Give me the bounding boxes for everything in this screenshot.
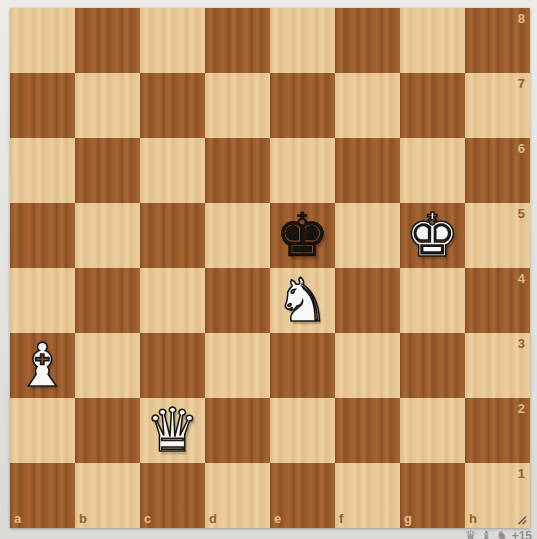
square-a5[interactable] [10,203,75,268]
square-h4[interactable]: 4 [465,268,530,333]
file-label-c: c [144,511,151,526]
rank-label-8: 8 [518,11,525,26]
square-a6[interactable] [10,138,75,203]
file-label-g: g [404,511,412,526]
square-f8[interactable] [335,8,400,73]
square-g7[interactable] [400,73,465,138]
file-label-e: e [274,511,281,526]
square-f4[interactable] [335,268,400,333]
square-d7[interactable] [205,73,270,138]
square-h3[interactable]: 3 [465,333,530,398]
square-c2[interactable]: ♛ [140,398,205,463]
square-f5[interactable] [335,203,400,268]
rank-label-7: 7 [518,76,525,91]
captured-bishop-icon: ♝ [480,529,492,539]
square-b7[interactable] [75,73,140,138]
file-label-h: h [469,511,477,526]
square-d2[interactable] [205,398,270,463]
rank-label-2: 2 [518,401,525,416]
page: 876♚♚5♞4♝3♛2abcdefgh1 ♛ ♝ ♞ +15 [0,0,537,539]
white-queen[interactable]: ♛ [140,398,205,463]
rank-label-1: 1 [518,466,525,481]
captured-knight-icon: ♞ [496,529,508,539]
square-h2[interactable]: 2 [465,398,530,463]
square-c6[interactable] [140,138,205,203]
square-e4[interactable]: ♞ [270,268,335,333]
file-label-f: f [339,511,343,526]
square-a8[interactable] [10,8,75,73]
square-b1[interactable]: b [75,463,140,528]
square-f7[interactable] [335,73,400,138]
square-b2[interactable] [75,398,140,463]
square-d1[interactable]: d [205,463,270,528]
square-g3[interactable] [400,333,465,398]
square-g6[interactable] [400,138,465,203]
square-d8[interactable] [205,8,270,73]
square-g5[interactable]: ♚ [400,203,465,268]
square-e2[interactable] [270,398,335,463]
square-e7[interactable] [270,73,335,138]
square-g1[interactable]: g [400,463,465,528]
square-e1[interactable]: e [270,463,335,528]
square-h7[interactable]: 7 [465,73,530,138]
square-f6[interactable] [335,138,400,203]
black-king[interactable]: ♚ [270,203,335,268]
square-b4[interactable] [75,268,140,333]
square-f3[interactable] [335,333,400,398]
square-a4[interactable] [10,268,75,333]
square-b8[interactable] [75,8,140,73]
square-a2[interactable] [10,398,75,463]
white-king[interactable]: ♚ [400,203,465,268]
square-d6[interactable] [205,138,270,203]
square-a7[interactable] [10,73,75,138]
board-resize-handle-icon[interactable] [515,513,527,525]
square-e6[interactable] [270,138,335,203]
square-a3[interactable]: ♝ [10,333,75,398]
square-g8[interactable] [400,8,465,73]
file-label-a: a [14,511,21,526]
square-c7[interactable] [140,73,205,138]
square-d5[interactable] [205,203,270,268]
square-g2[interactable] [400,398,465,463]
square-e3[interactable] [270,333,335,398]
square-c4[interactable] [140,268,205,333]
square-f2[interactable] [335,398,400,463]
square-c8[interactable] [140,8,205,73]
rank-label-4: 4 [518,271,525,286]
square-g4[interactable] [400,268,465,333]
square-c3[interactable] [140,333,205,398]
square-d4[interactable] [205,268,270,333]
square-f1[interactable]: f [335,463,400,528]
square-h6[interactable]: 6 [465,138,530,203]
chess-board: 876♚♚5♞4♝3♛2abcdefgh1 [10,8,530,528]
square-h5[interactable]: 5 [465,203,530,268]
material-advantage-bar: ♛ ♝ ♞ +15 [465,529,532,539]
white-knight[interactable]: ♞ [270,268,335,333]
square-h8[interactable]: 8 [465,8,530,73]
square-e8[interactable] [270,8,335,73]
square-b6[interactable] [75,138,140,203]
rank-label-3: 3 [518,336,525,351]
rank-label-6: 6 [518,141,525,156]
white-bishop[interactable]: ♝ [10,333,75,398]
square-c5[interactable] [140,203,205,268]
square-a1[interactable]: a [10,463,75,528]
rank-label-5: 5 [518,206,525,221]
captured-queen-icon: ♛ [465,529,477,539]
file-label-b: b [79,511,87,526]
square-b5[interactable] [75,203,140,268]
square-b3[interactable] [75,333,140,398]
material-score: +15 [512,529,532,539]
square-d3[interactable] [205,333,270,398]
square-e5[interactable]: ♚ [270,203,335,268]
square-c1[interactable]: c [140,463,205,528]
file-label-d: d [209,511,217,526]
